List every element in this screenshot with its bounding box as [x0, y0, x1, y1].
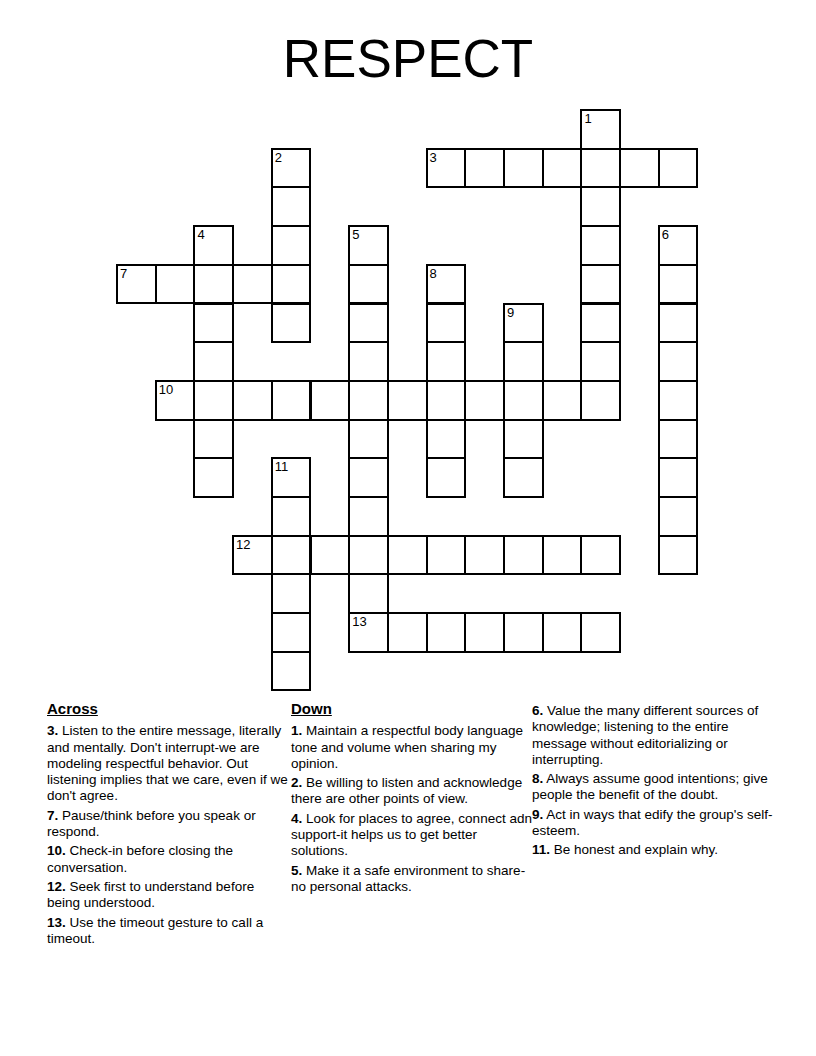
- down-clues-column: Down 1. Maintain a respectful body langu…: [291, 701, 532, 898]
- clue-across-3: 3. Listen to the entire message, literal…: [47, 723, 290, 804]
- down-heading: Down: [291, 701, 532, 717]
- cell-number-6: 6: [662, 227, 669, 242]
- down-clue-list-part2: 6. Value the many different sources of k…: [532, 703, 787, 859]
- clue-number: 11.: [532, 842, 550, 857]
- grid-cell-r10c14[interactable]: [658, 496, 699, 537]
- grid-cell-r6c2[interactable]: [193, 341, 234, 382]
- cell-number-9: 9: [507, 305, 514, 320]
- grid-cell-r5c14[interactable]: [658, 303, 699, 344]
- grid-cell-r1c9[interactable]: [464, 148, 505, 189]
- grid-cell-r6c12[interactable]: [580, 341, 621, 382]
- grid-cell-r7c14[interactable]: [658, 380, 699, 421]
- grid-cell-r11c3[interactable]: 12: [232, 535, 273, 576]
- grid-cell-r7c10[interactable]: [503, 380, 544, 421]
- grid-cell-r7c3[interactable]: [232, 380, 273, 421]
- grid-cell-r13c8[interactable]: [426, 612, 467, 653]
- grid-cell-r11c5[interactable]: [310, 535, 351, 576]
- grid-cell-r6c6[interactable]: [348, 341, 389, 382]
- cell-number-2: 2: [275, 150, 282, 165]
- grid-cell-r7c9[interactable]: [464, 380, 505, 421]
- crossword-grid: 12345678910111213: [117, 110, 698, 691]
- grid-cell-r5c6[interactable]: [348, 303, 389, 344]
- grid-cell-r8c2[interactable]: [193, 419, 234, 460]
- grid-cell-r7c12[interactable]: [580, 380, 621, 421]
- grid-cell-r4c8[interactable]: 8: [426, 264, 467, 305]
- clue-across-13: 13. Use the timeout gesture to call a ti…: [47, 915, 290, 948]
- grid-cell-r3c4[interactable]: [271, 225, 312, 266]
- clue-down-9: 9. Act in ways that edify the group's se…: [532, 807, 787, 840]
- grid-cell-r11c4[interactable]: [271, 535, 312, 576]
- cell-number-5: 5: [352, 227, 359, 242]
- grid-cell-r13c7[interactable]: [387, 612, 428, 653]
- worksheet-page: { "game": "crossword", "title": "RESPECT…: [0, 0, 816, 1056]
- cell-number-12: 12: [236, 537, 250, 552]
- grid-cell-r7c4[interactable]: [271, 380, 312, 421]
- cell-number-1: 1: [584, 111, 591, 126]
- clue-down-8: 8. Always assume good intentions; give p…: [532, 771, 787, 804]
- grid-cell-r9c8[interactable]: [426, 457, 467, 498]
- grid-cell-r7c6[interactable]: [348, 380, 389, 421]
- down-clues-column-2: 6. Value the many different sources of k…: [532, 703, 787, 862]
- grid-cell-r9c10[interactable]: [503, 457, 544, 498]
- grid-cell-r7c1[interactable]: 10: [155, 380, 196, 421]
- cell-number-8: 8: [430, 266, 437, 281]
- grid-cell-r6c14[interactable]: [658, 341, 699, 382]
- grid-cell-r5c4[interactable]: [271, 303, 312, 344]
- clue-across-12: 12. Seek first to understand before bein…: [47, 879, 290, 912]
- grid-cell-r11c6[interactable]: [348, 535, 389, 576]
- grid-cell-r11c12[interactable]: [580, 535, 621, 576]
- grid-cell-r5c8[interactable]: [426, 303, 467, 344]
- clue-across-10: 10. Check-in before closing the conversa…: [47, 843, 290, 876]
- grid-cell-r7c8[interactable]: [426, 380, 467, 421]
- grid-cell-r13c12[interactable]: [580, 612, 621, 653]
- cell-number-11: 11: [275, 459, 289, 474]
- grid-cell-r9c4[interactable]: 11: [271, 457, 312, 498]
- grid-cell-r4c14[interactable]: [658, 264, 699, 305]
- grid-cell-r11c11[interactable]: [542, 535, 583, 576]
- clue-number: 12.: [47, 879, 66, 894]
- grid-cell-r1c4[interactable]: 2: [271, 148, 312, 189]
- grid-cell-r4c3[interactable]: [232, 264, 273, 305]
- puzzle-title: RESPECT: [0, 28, 816, 89]
- grid-cell-r6c8[interactable]: [426, 341, 467, 382]
- grid-cell-r8c10[interactable]: [503, 419, 544, 460]
- grid-cell-r7c11[interactable]: [542, 380, 583, 421]
- grid-cell-r8c6[interactable]: [348, 419, 389, 460]
- clue-number: 8.: [532, 771, 543, 786]
- grid-cell-r13c6[interactable]: 13: [348, 612, 389, 653]
- grid-cell-r10c4[interactable]: [271, 496, 312, 537]
- across-clue-list: 3. Listen to the entire message, literal…: [47, 723, 290, 947]
- grid-cell-r13c10[interactable]: [503, 612, 544, 653]
- grid-cell-r4c2[interactable]: [193, 264, 234, 305]
- clue-number: 1.: [291, 723, 302, 738]
- grid-cell-r1c10[interactable]: [503, 148, 544, 189]
- grid-cell-r1c13[interactable]: [619, 148, 660, 189]
- grid-cell-r7c7[interactable]: [387, 380, 428, 421]
- grid-cell-r11c10[interactable]: [503, 535, 544, 576]
- grid-cell-r1c12[interactable]: [580, 148, 621, 189]
- grid-cell-r5c12[interactable]: [580, 303, 621, 344]
- grid-cell-r4c12[interactable]: [580, 264, 621, 305]
- grid-cell-r6c10[interactable]: [503, 341, 544, 382]
- grid-cell-r12c4[interactable]: [271, 573, 312, 614]
- grid-cell-r5c10[interactable]: 9: [503, 303, 544, 344]
- grid-cell-r8c8[interactable]: [426, 419, 467, 460]
- down-clue-list-part1: 1. Maintain a respectful body language t…: [291, 723, 532, 895]
- cell-number-3: 3: [430, 150, 437, 165]
- clue-number: 7.: [47, 808, 58, 823]
- grid-cell-r2c4[interactable]: [271, 186, 312, 227]
- grid-cell-r7c2[interactable]: [193, 380, 234, 421]
- clue-number: 9.: [532, 807, 543, 822]
- grid-cell-r8c14[interactable]: [658, 419, 699, 460]
- grid-cell-r11c14[interactable]: [658, 535, 699, 576]
- grid-cell-r5c2[interactable]: [193, 303, 234, 344]
- clue-number: 6.: [532, 703, 543, 718]
- grid-cell-r12c6[interactable]: [348, 573, 389, 614]
- grid-cell-r10c6[interactable]: [348, 496, 389, 537]
- clue-across-7: 7. Pause/think before you speak or respo…: [47, 808, 290, 841]
- grid-cell-r9c2[interactable]: [193, 457, 234, 498]
- grid-cell-r14c4[interactable]: [271, 651, 312, 692]
- grid-cell-r3c12[interactable]: [580, 225, 621, 266]
- grid-cell-r13c11[interactable]: [542, 612, 583, 653]
- clue-down-6: 6. Value the many different sources of k…: [532, 703, 787, 768]
- grid-cell-r3c6[interactable]: 5: [348, 225, 389, 266]
- grid-cell-r4c0[interactable]: 7: [116, 264, 157, 305]
- clue-number: 2.: [291, 775, 302, 790]
- grid-cell-r4c1[interactable]: [155, 264, 196, 305]
- grid-cell-r13c4[interactable]: [271, 612, 312, 653]
- clue-number: 10.: [47, 843, 66, 858]
- grid-cell-r3c2[interactable]: 4: [193, 225, 234, 266]
- grid-cell-r9c6[interactable]: [348, 457, 389, 498]
- grid-cell-r11c8[interactable]: [426, 535, 467, 576]
- clue-number: 5.: [291, 863, 302, 878]
- clue-number: 4.: [291, 811, 302, 826]
- grid-cell-r1c11[interactable]: [542, 148, 583, 189]
- grid-cell-r1c14[interactable]: [658, 148, 699, 189]
- cell-number-13: 13: [352, 614, 366, 629]
- grid-cell-r2c12[interactable]: [580, 186, 621, 227]
- grid-cell-r11c7[interactable]: [387, 535, 428, 576]
- clue-number: 3.: [47, 723, 58, 738]
- grid-cell-r1c8[interactable]: 3: [426, 148, 467, 189]
- clue-down-11: 11. Be honest and explain why.: [532, 842, 787, 858]
- cell-number-10: 10: [159, 382, 173, 397]
- across-heading: Across: [47, 701, 290, 717]
- clue-down-5: 5. Make it a safe environment to share-n…: [291, 863, 532, 896]
- cell-number-4: 4: [197, 227, 204, 242]
- clue-down-4: 4. Look for places to agree, connect adn…: [291, 811, 532, 860]
- grid-cell-r4c6[interactable]: [348, 264, 389, 305]
- grid-cell-r11c9[interactable]: [464, 535, 505, 576]
- grid-cell-r7c5[interactable]: [310, 380, 351, 421]
- cell-number-7: 7: [120, 266, 127, 281]
- clue-number: 13.: [47, 915, 66, 930]
- grid-cell-r0c12[interactable]: 1: [580, 109, 621, 150]
- grid-cell-r9c14[interactable]: [658, 457, 699, 498]
- across-clues-column: Across 3. Listen to the entire message, …: [47, 701, 290, 950]
- clue-down-1: 1. Maintain a respectful body language t…: [291, 723, 532, 772]
- clue-down-2: 2. Be willing to listen and acknowledge …: [291, 775, 532, 808]
- grid-cell-r4c4[interactable]: [271, 264, 312, 305]
- grid-cell-r3c14[interactable]: 6: [658, 225, 699, 266]
- grid-cell-r13c9[interactable]: [464, 612, 505, 653]
